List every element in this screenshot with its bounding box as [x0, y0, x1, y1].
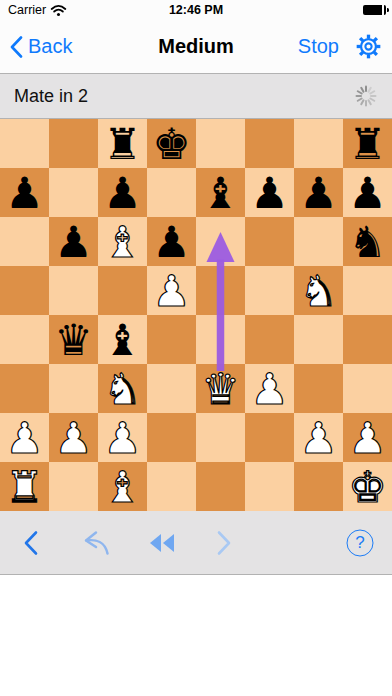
square-f5[interactable]: [245, 266, 294, 315]
wifi-icon: [50, 4, 67, 17]
black-bishop: ♝︎: [98, 315, 147, 364]
square-f7[interactable]: ♟︎: [245, 168, 294, 217]
status-bar: Carrier 12:46 PM: [0, 0, 392, 20]
square-h1[interactable]: ♚︎: [343, 462, 392, 511]
square-g6[interactable]: [294, 217, 343, 266]
carrier-label: Carrier: [8, 3, 46, 17]
square-c2[interactable]: ♟︎: [98, 413, 147, 462]
square-f1[interactable]: [245, 462, 294, 511]
square-a6[interactable]: [0, 217, 49, 266]
square-b7[interactable]: [49, 168, 98, 217]
square-d1[interactable]: [147, 462, 196, 511]
navigation-bar: Back Medium Stop: [0, 20, 392, 74]
square-e3[interactable]: ♛︎: [196, 364, 245, 413]
square-a5[interactable]: [0, 266, 49, 315]
square-g7[interactable]: ♟︎: [294, 168, 343, 217]
square-g5[interactable]: ♞︎: [294, 266, 343, 315]
square-b6[interactable]: ♟︎: [49, 217, 98, 266]
square-g8[interactable]: [294, 119, 343, 168]
white-pawn: ♟︎: [49, 413, 98, 462]
square-d6[interactable]: ♟︎: [147, 217, 196, 266]
square-g4[interactable]: [294, 315, 343, 364]
square-f3[interactable]: ♟︎: [245, 364, 294, 413]
next-move-button[interactable]: [217, 530, 232, 555]
white-bishop: ♝︎: [98, 217, 147, 266]
puzzle-bar: Mate in 2: [0, 74, 392, 119]
rewind-to-start-button[interactable]: [149, 533, 177, 553]
chess-board: ♜︎♚︎♜︎♟︎♟︎♝︎♟︎♟︎♟︎♟︎♝︎♟︎♞︎♟︎♞︎♛︎♝︎♞︎♛︎♟︎…: [0, 119, 392, 511]
square-c3[interactable]: ♞︎: [98, 364, 147, 413]
back-button-label: Back: [28, 35, 72, 58]
white-pawn: ♟︎: [0, 413, 49, 462]
square-a2[interactable]: ♟︎: [0, 413, 49, 462]
black-rook: ♜︎: [98, 119, 147, 168]
square-h4[interactable]: [343, 315, 392, 364]
empty-area: [0, 575, 392, 692]
help-button[interactable]: ?: [347, 529, 374, 556]
square-c1[interactable]: ♝︎: [98, 462, 147, 511]
chevron-right-icon: [217, 530, 232, 555]
square-f4[interactable]: [245, 315, 294, 364]
black-pawn: ♟︎: [245, 168, 294, 217]
black-pawn: ♟︎: [294, 168, 343, 217]
square-b3[interactable]: [49, 364, 98, 413]
square-d3[interactable]: [147, 364, 196, 413]
square-e4[interactable]: [196, 315, 245, 364]
white-pawn: ♟︎: [245, 364, 294, 413]
square-a1[interactable]: ♜︎: [0, 462, 49, 511]
square-a8[interactable]: [0, 119, 49, 168]
square-a4[interactable]: [0, 315, 49, 364]
white-pawn: ♟︎: [294, 413, 343, 462]
square-f6[interactable]: [245, 217, 294, 266]
back-chevron-icon: [10, 36, 23, 58]
black-bishop: ♝︎: [196, 168, 245, 217]
square-h5[interactable]: [343, 266, 392, 315]
square-h3[interactable]: [343, 364, 392, 413]
white-bishop: ♝︎: [98, 462, 147, 511]
black-pawn: ♟︎: [147, 217, 196, 266]
square-c6[interactable]: ♝︎: [98, 217, 147, 266]
square-f2[interactable]: [245, 413, 294, 462]
puzzle-title: Mate in 2: [14, 86, 88, 107]
black-pawn: ♟︎: [343, 168, 392, 217]
square-e7[interactable]: ♝︎: [196, 168, 245, 217]
black-pawn: ♟︎: [98, 168, 147, 217]
square-d4[interactable]: [147, 315, 196, 364]
undo-arrow-icon: [82, 529, 112, 557]
square-e2[interactable]: [196, 413, 245, 462]
square-e8[interactable]: [196, 119, 245, 168]
square-e1[interactable]: [196, 462, 245, 511]
black-queen: ♛︎: [49, 315, 98, 364]
square-h8[interactable]: ♜︎: [343, 119, 392, 168]
white-rook: ♜︎: [0, 462, 49, 511]
square-d7[interactable]: [147, 168, 196, 217]
loading-spinner-icon: [354, 84, 378, 108]
help-button-label: ?: [355, 532, 364, 551]
previous-move-button[interactable]: [24, 530, 39, 555]
square-b8[interactable]: [49, 119, 98, 168]
battery-icon: [363, 5, 386, 15]
square-b2[interactable]: ♟︎: [49, 413, 98, 462]
settings-gear-icon[interactable]: [355, 33, 382, 60]
black-knight: ♞︎: [343, 217, 392, 266]
square-g1[interactable]: [294, 462, 343, 511]
fast-rewind-icon: [149, 533, 177, 553]
square-b4[interactable]: ♛︎: [49, 315, 98, 364]
square-h7[interactable]: ♟︎: [343, 168, 392, 217]
square-b5[interactable]: [49, 266, 98, 315]
app-screen: Carrier 12:46 PM Back Medium Stop: [0, 0, 392, 696]
square-g2[interactable]: ♟︎: [294, 413, 343, 462]
square-f8[interactable]: [245, 119, 294, 168]
square-d5[interactable]: ♟︎: [147, 266, 196, 315]
square-a3[interactable]: [0, 364, 49, 413]
chevron-left-icon: [24, 530, 39, 555]
stop-button[interactable]: Stop: [298, 35, 339, 58]
square-h6[interactable]: ♞︎: [343, 217, 392, 266]
white-king: ♚︎: [343, 462, 392, 511]
square-a7[interactable]: ♟︎: [0, 168, 49, 217]
white-knight: ♞︎: [294, 266, 343, 315]
black-king: ♚︎: [147, 119, 196, 168]
square-d2[interactable]: [147, 413, 196, 462]
undo-move-button[interactable]: [82, 529, 112, 557]
square-c7[interactable]: ♟︎: [98, 168, 147, 217]
square-d8[interactable]: ♚︎: [147, 119, 196, 168]
square-b1[interactable]: [49, 462, 98, 511]
square-c8[interactable]: ♜︎: [98, 119, 147, 168]
back-button[interactable]: Back: [10, 35, 72, 58]
black-rook: ♜︎: [343, 119, 392, 168]
white-pawn: ♟︎: [98, 413, 147, 462]
black-pawn: ♟︎: [0, 168, 49, 217]
square-g3[interactable]: [294, 364, 343, 413]
square-c5[interactable]: [98, 266, 147, 315]
black-pawn: ♟︎: [49, 217, 98, 266]
square-e5[interactable]: [196, 266, 245, 315]
white-knight: ♞︎: [98, 364, 147, 413]
white-pawn: ♟︎: [147, 266, 196, 315]
white-pawn: ♟︎: [343, 413, 392, 462]
square-h2[interactable]: ♟︎: [343, 413, 392, 462]
square-c4[interactable]: ♝︎: [98, 315, 147, 364]
bottom-toolbar: ?: [0, 511, 392, 575]
white-queen: ♛︎: [196, 364, 245, 413]
square-e6[interactable]: [196, 217, 245, 266]
